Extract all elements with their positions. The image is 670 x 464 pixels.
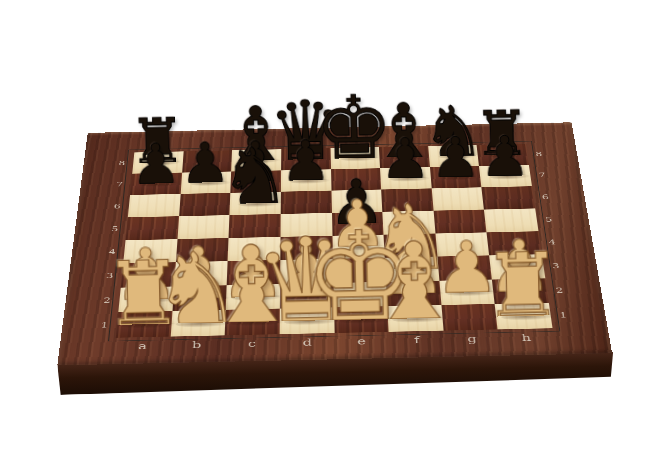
white-rook-h1[interactable]: ♜ (466, 157, 579, 317)
white-bishop-f1[interactable]: ♝ (357, 160, 470, 320)
board-tilt-wrapper: abcdefgh1234567812345678♜♝♛♚♝♞♜♟♟♟♟♟♟♟♞♟… (0, 0, 670, 464)
chessboard: abcdefgh1234567812345678♜♝♛♚♝♞♜♟♟♟♟♟♟♟♞♟… (57, 122, 612, 365)
perspective-wrapper: abcdefgh1234567812345678♜♝♛♚♝♞♜♟♟♟♟♟♟♟♞♟… (68, 0, 596, 464)
photo-stage: abcdefgh1234567812345678♜♝♛♚♝♞♜♟♟♟♟♟♟♟♞♟… (0, 0, 670, 464)
